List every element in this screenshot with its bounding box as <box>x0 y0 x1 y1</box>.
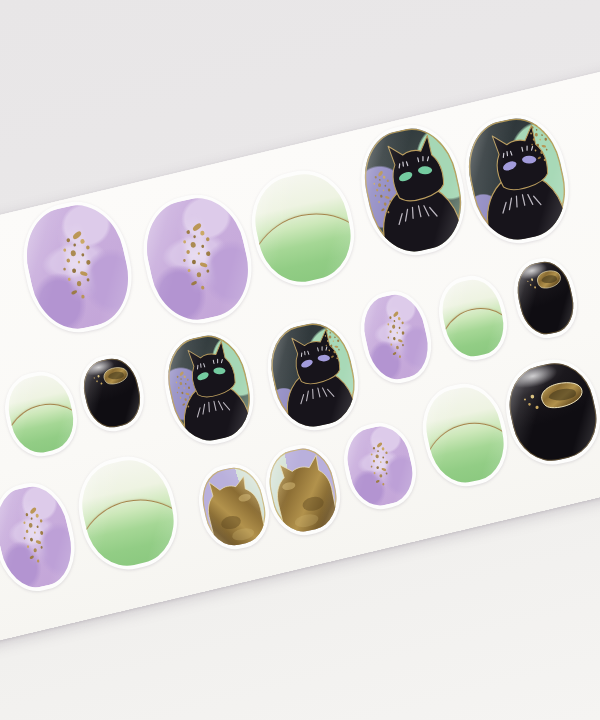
nail-face <box>196 462 271 550</box>
black-cat-illustration <box>265 321 362 434</box>
nail-face <box>263 317 363 434</box>
nail-face <box>160 329 259 447</box>
nail-sticker-cat-top-1 <box>350 116 476 265</box>
gold-foil-accent <box>91 361 134 392</box>
nail-face <box>436 275 509 362</box>
nail-sticker-purple-top-1 <box>12 192 143 342</box>
gold-smile-line <box>436 300 509 362</box>
nail-face <box>341 421 418 511</box>
nail-face <box>247 166 360 289</box>
gold-smile-line <box>247 201 360 290</box>
nail-face <box>0 481 79 594</box>
gold-cat-silhouette <box>196 465 271 550</box>
nail-face <box>419 381 512 489</box>
black-cat-illustration <box>462 116 574 248</box>
nail-sticker-goldcat-small <box>192 457 277 555</box>
nail-sticker-green-top <box>242 162 364 295</box>
gold-glitter-flecks <box>49 223 104 308</box>
nail-sticker-cat-mid-2 <box>258 312 368 438</box>
gold-glitter-flecks <box>378 307 413 365</box>
nail-sticker-goldcat-big <box>258 438 348 541</box>
nail-face <box>358 290 435 385</box>
nail-face <box>3 370 80 458</box>
gold-foil-accent <box>519 373 592 421</box>
gold-glitter-flecks <box>13 501 54 570</box>
nail-face <box>16 197 137 337</box>
gold-glitter-flecks <box>362 438 397 493</box>
nail-face <box>511 257 578 339</box>
nail-sticker-cat-mid-1 <box>155 324 263 452</box>
nails-layer <box>0 0 600 720</box>
nail-sticker-purple-bottom-right <box>337 416 424 515</box>
nail-sticker-black-bottom-right <box>497 351 600 472</box>
nail-sticker-black-mid-right <box>507 252 584 343</box>
nail-face <box>355 120 471 259</box>
nail-sticker-green-bottom-left <box>69 448 187 578</box>
photo-backdrop <box>0 0 600 720</box>
nail-sticker-green-bottom-right <box>414 376 516 493</box>
gold-glitter-flecks <box>169 216 224 300</box>
nail-sticker-cat-top-2 <box>454 106 579 253</box>
nail-face <box>263 443 343 537</box>
nail-sticker-purple-top-2 <box>132 185 262 333</box>
nail-sticker-purple-bottom-left <box>0 476 84 598</box>
gold-foil-accent <box>524 265 567 297</box>
nail-sticker-black-mid-left <box>74 349 151 437</box>
gold-smile-line <box>419 412 512 489</box>
nail-face <box>502 356 600 468</box>
nail-sticker-green-mid-right <box>432 270 515 366</box>
nail-sticker-green-mid-left <box>0 365 84 462</box>
nail-face <box>137 190 258 328</box>
gold-smile-line <box>3 395 80 458</box>
nail-face <box>459 110 575 247</box>
gold-smile-line <box>74 487 182 574</box>
gold-cat-silhouette <box>263 447 343 537</box>
nail-face <box>74 453 182 574</box>
nail-sticker-purple-mid <box>353 285 439 390</box>
nail-face <box>78 354 145 432</box>
